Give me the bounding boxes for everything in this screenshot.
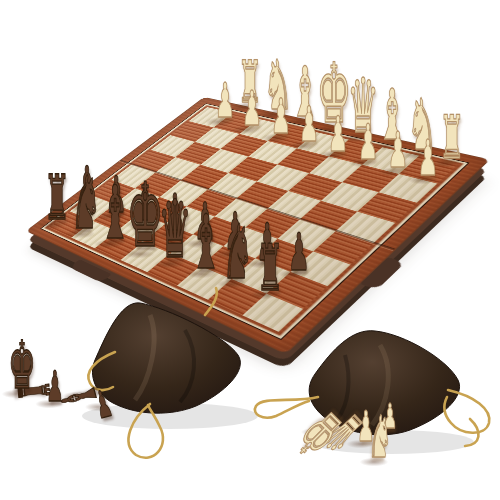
loose-black-rook: ♜ bbox=[17, 373, 46, 405]
pawn-glyph: ♟ bbox=[46, 365, 64, 407]
loose-black-bishop: ♝ bbox=[66, 376, 98, 412]
left-pouch-crease bbox=[180, 330, 194, 402]
right-pouch-shadow bbox=[310, 430, 474, 454]
piece-shadow bbox=[30, 398, 67, 410]
product-photo: ♜♞♝♛♚♝♞♜♟♟♟♟♟♟♟♟♟♟♟♟♟♟♟♟♜♞♝♛♚♝♞♜♚♜♟♝♟♚♛♟… bbox=[0, 0, 500, 500]
loose-white-king: ♚ bbox=[299, 403, 346, 455]
pawn-glyph: ♟ bbox=[383, 399, 397, 433]
piece-shadow bbox=[320, 424, 360, 436]
right-pouch bbox=[309, 331, 459, 435]
loose-black-pawn: ♟ bbox=[41, 375, 70, 407]
left-pouch-fold bbox=[135, 315, 154, 400]
loose-white-knight: ♞ bbox=[360, 422, 399, 466]
rook-glyph: ♜ bbox=[238, 53, 262, 111]
king-glyph: ♚ bbox=[285, 400, 354, 469]
loose-black-king: ♚ bbox=[0, 349, 44, 399]
king-glyph: ♚ bbox=[8, 333, 36, 399]
left-pouch-shadow bbox=[82, 403, 258, 429]
bishop-glyph: ♝ bbox=[54, 381, 105, 413]
chess-board bbox=[26, 97, 491, 354]
right-pouch-cord-end bbox=[465, 419, 479, 446]
piece-shadow bbox=[354, 456, 394, 468]
knight-glyph: ♞ bbox=[263, 51, 292, 120]
right-pouch-drawstring bbox=[255, 397, 318, 418]
loose-white-pawn: ♟ bbox=[378, 408, 401, 434]
piece-shadow bbox=[57, 390, 95, 402]
piece-shadow bbox=[295, 426, 336, 438]
loose-white-queen: ♛ bbox=[326, 406, 365, 450]
piece-shadow bbox=[366, 425, 402, 437]
loose-white-pawn: ♟ bbox=[352, 415, 381, 447]
piece-shadow bbox=[0, 388, 37, 400]
piece-shadow bbox=[341, 438, 378, 450]
right-pouch-fold bbox=[372, 345, 388, 425]
pawn-glyph: ♟ bbox=[357, 405, 375, 447]
left-pouch-cord-loop bbox=[129, 404, 163, 458]
pawn-glyph: ♟ bbox=[91, 385, 116, 425]
left-pouch-drawstring bbox=[88, 352, 115, 390]
piece-shadow bbox=[6, 385, 43, 397]
rook-glyph: ♜ bbox=[11, 380, 55, 401]
queen-glyph: ♛ bbox=[314, 403, 373, 461]
squares-grid bbox=[49, 107, 458, 332]
right-pouch-crease bbox=[338, 355, 349, 418]
piece-shadow bbox=[80, 401, 116, 413]
right-pouch-cord-loop bbox=[444, 390, 489, 433]
knight-glyph: ♞ bbox=[368, 408, 392, 466]
loose-black-pawn: ♟ bbox=[91, 392, 116, 420]
